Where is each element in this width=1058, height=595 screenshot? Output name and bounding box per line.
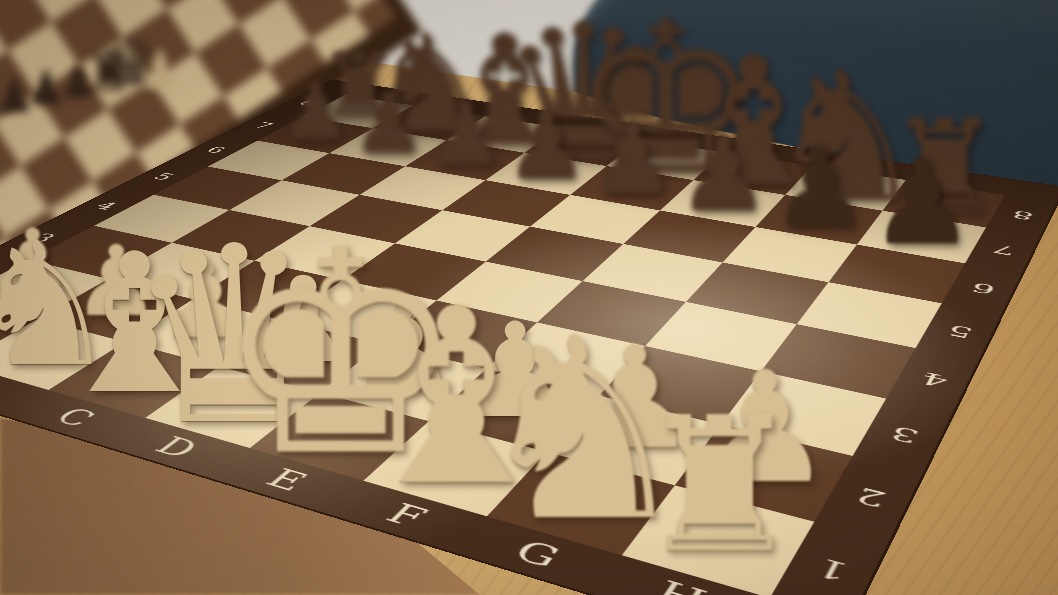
rank-label-right-6: 6 xyxy=(951,274,1015,304)
rank-label-right-4: 4 xyxy=(898,361,971,399)
black-pawn-g7[interactable]: ♟ xyxy=(770,132,869,243)
black-pawn-b7[interactable]: ♟ xyxy=(351,82,426,165)
black-pawn-e7[interactable]: ♟ xyxy=(588,111,676,209)
black-pawn-c7[interactable]: ♟ xyxy=(426,91,505,179)
black-pawn-d7[interactable]: ♟ xyxy=(505,100,588,193)
background-board-pieces: ♟♟♟♜♛♟ xyxy=(0,0,260,140)
black-pawn-f7[interactable]: ♟ xyxy=(676,121,770,225)
black-pawn-h7[interactable]: ♟ xyxy=(869,144,975,262)
background-board-piece: ♟ xyxy=(137,44,184,96)
black-pawn-a7[interactable]: ♟ xyxy=(280,73,351,152)
rank-label-right-8: 8 xyxy=(994,203,1052,227)
white-rook-h1[interactable]: ♜ xyxy=(636,393,803,579)
photo-scene: ♟♟♟♜♛♟ A11B22C33D44E55F66G77H88 ♜♞♝♛♚♝♞♜… xyxy=(0,0,1058,595)
rank-label-right-5: 5 xyxy=(926,315,995,349)
rank-label-right-3: 3 xyxy=(866,413,945,457)
rank-label-right-2: 2 xyxy=(829,473,914,523)
